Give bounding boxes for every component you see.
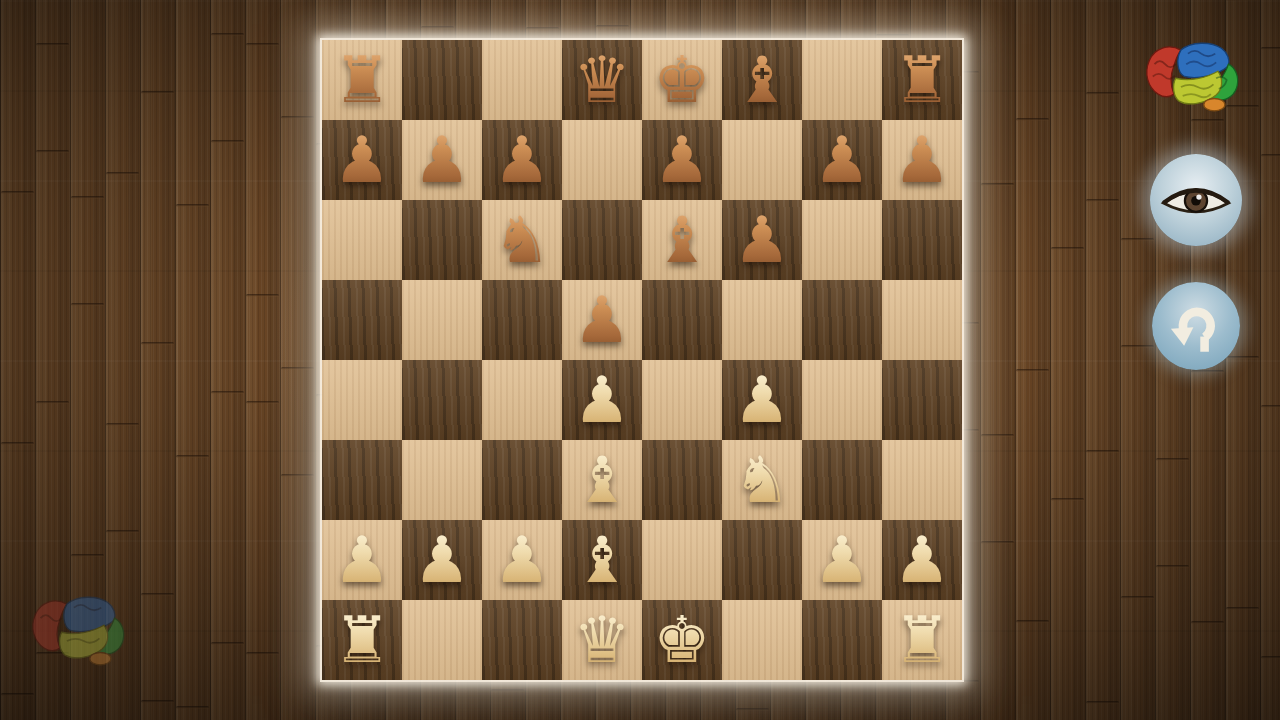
plank-seam	[141, 91, 174, 94]
computer-brain-indicator-bottom	[28, 590, 134, 678]
square-f3[interactable]: ♞	[722, 440, 802, 520]
plank-seam	[981, 434, 1014, 437]
square-f5[interactable]	[722, 280, 802, 360]
square-g8[interactable]	[802, 40, 882, 120]
square-e7[interactable]: ♟	[642, 120, 722, 200]
plank-seam	[106, 423, 139, 426]
black-rook-a8[interactable]: ♜	[333, 40, 390, 120]
white-knight-f3[interactable]: ♞	[733, 440, 790, 520]
black-king-e8[interactable]: ♚	[653, 40, 710, 120]
square-b8[interactable]	[402, 40, 482, 120]
white-bishop-d3[interactable]: ♝	[573, 440, 630, 520]
plank-seam	[981, 541, 1014, 544]
plank-seam	[141, 593, 174, 596]
square-e4[interactable]	[642, 360, 722, 440]
square-e8[interactable]: ♚	[642, 40, 722, 120]
square-f4[interactable]: ♟	[722, 360, 802, 440]
square-f8[interactable]: ♝	[722, 40, 802, 120]
plank-seam	[71, 303, 104, 306]
black-pawn-h7[interactable]: ♟	[893, 120, 950, 200]
black-bishop-f8[interactable]: ♝	[733, 40, 790, 120]
black-pawn-d5[interactable]: ♟	[573, 280, 630, 360]
square-b4[interactable]	[402, 360, 482, 440]
square-d8[interactable]: ♛	[562, 40, 642, 120]
plank-seam	[1191, 370, 1224, 373]
square-b5[interactable]	[402, 280, 482, 360]
square-b3[interactable]	[402, 440, 482, 520]
white-pawn-g2[interactable]: ♟	[813, 520, 870, 600]
square-g5[interactable]	[802, 280, 882, 360]
square-e5[interactable]	[642, 280, 722, 360]
square-a2[interactable]: ♟	[322, 520, 402, 600]
plank-seam	[1121, 238, 1154, 241]
plank-seam	[1051, 247, 1084, 250]
black-rook-h8[interactable]: ♜	[893, 40, 950, 120]
square-a4[interactable]	[322, 360, 402, 440]
plank-seam	[1226, 0, 1259, 1]
show-move-eye-button[interactable]	[1150, 154, 1242, 246]
plank-seam	[211, 33, 244, 36]
square-d6[interactable]	[562, 200, 642, 280]
square-h6[interactable]	[882, 200, 962, 280]
plank-seam	[1121, 596, 1154, 599]
plank-seam	[176, 204, 209, 207]
plank-seam	[1051, 498, 1084, 501]
plank-seam	[1086, 199, 1119, 202]
plank-seam	[491, 689, 524, 692]
plank-seam	[736, 708, 769, 711]
square-c6[interactable]: ♞	[482, 200, 562, 280]
plank-seam	[1261, 656, 1280, 659]
plank-seam	[596, 25, 629, 28]
square-c1[interactable]	[482, 600, 562, 680]
square-d1[interactable]: ♛	[562, 600, 642, 680]
plank-seam	[1016, 118, 1049, 121]
white-king-e1[interactable]: ♚	[653, 600, 710, 680]
plank-seam	[1086, 701, 1119, 704]
white-bishop-d2[interactable]: ♝	[573, 520, 630, 600]
black-pawn-e7[interactable]: ♟	[653, 120, 710, 200]
square-g2[interactable]: ♟	[802, 520, 882, 600]
plank-seam	[106, 172, 139, 175]
square-b7[interactable]: ♟	[402, 120, 482, 200]
plank-seam	[1, 693, 34, 696]
square-e3[interactable]	[642, 440, 722, 520]
plank-seam	[71, 196, 104, 199]
plank-seam	[1, 442, 34, 445]
square-a7[interactable]: ♟	[322, 120, 402, 200]
square-d2[interactable]: ♝	[562, 520, 642, 600]
plank-seam	[106, 530, 139, 533]
plank-seam	[36, 150, 69, 153]
plank-seam	[211, 140, 244, 143]
plank-seam	[1156, 565, 1189, 568]
plank-seam	[1226, 607, 1259, 610]
square-b1[interactable]	[402, 600, 482, 680]
white-rook-a1[interactable]: ♜	[333, 600, 390, 680]
plank-seam	[141, 700, 174, 703]
plank-seam	[1121, 345, 1154, 348]
plank-seam	[246, 43, 279, 46]
square-d7[interactable]	[562, 120, 642, 200]
brain-icon	[28, 590, 134, 678]
black-pawn-g7[interactable]: ♟	[813, 120, 870, 200]
square-g3[interactable]	[802, 440, 882, 520]
black-queen-d8[interactable]: ♛	[573, 40, 630, 120]
square-a1[interactable]: ♜	[322, 600, 402, 680]
white-rook-h1[interactable]: ♜	[893, 600, 950, 680]
plank-seam	[1156, 458, 1189, 461]
computer-brain-indicator-top	[1142, 36, 1248, 124]
square-c7[interactable]: ♟	[482, 120, 562, 200]
chess-board-grid: ♜♛♚♝♜♟♟♟♟♟♟♞♝♟♟♟♟♝♞♟♟♟♝♟♟♜♛♚♜	[322, 40, 962, 680]
plank-seam	[141, 342, 174, 345]
square-g4[interactable]	[802, 360, 882, 440]
chess-board[interactable]: ♜♛♚♝♜♟♟♟♟♟♟♞♝♟♟♟♟♝♞♟♟♟♝♟♟♜♛♚♜	[320, 38, 964, 682]
square-a8[interactable]: ♜	[322, 40, 402, 120]
square-c2[interactable]: ♟	[482, 520, 562, 600]
plank-seam	[876, 34, 909, 37]
plank-seam	[1086, 92, 1119, 95]
square-d3[interactable]: ♝	[562, 440, 642, 520]
black-pawn-a7[interactable]: ♟	[333, 120, 390, 200]
undo-move-button[interactable]	[1152, 282, 1240, 370]
white-pawn-h2[interactable]: ♟	[893, 520, 950, 600]
plank-seam	[246, 401, 279, 404]
white-pawn-f4[interactable]: ♟	[733, 360, 790, 440]
plank-seam	[36, 401, 69, 404]
plank-seam	[1191, 621, 1224, 624]
square-a6[interactable]	[322, 200, 402, 280]
white-queen-d1[interactable]: ♛	[573, 600, 630, 680]
square-d4[interactable]: ♟	[562, 360, 642, 440]
plank-seam	[246, 652, 279, 655]
square-g6[interactable]	[802, 200, 882, 280]
plank-seam	[246, 294, 279, 297]
plank-seam	[981, 183, 1014, 186]
plank-seam	[176, 706, 209, 709]
square-h2[interactable]: ♟	[882, 520, 962, 600]
plank-seam	[1016, 369, 1049, 372]
square-a5[interactable]	[322, 280, 402, 360]
white-pawn-a2[interactable]: ♟	[333, 520, 390, 600]
plank-seam	[1086, 450, 1119, 453]
plank-seam	[1261, 405, 1280, 408]
square-e2[interactable]	[642, 520, 722, 600]
plank-seam	[1, 191, 34, 194]
square-h4[interactable]	[882, 360, 962, 440]
plank-seam	[71, 554, 104, 557]
plank-seam	[526, 27, 559, 30]
white-pawn-d4[interactable]: ♟	[573, 360, 630, 440]
square-f6[interactable]: ♟	[722, 200, 802, 280]
eye-icon	[1159, 177, 1233, 223]
square-h3[interactable]	[882, 440, 962, 520]
square-e6[interactable]: ♝	[642, 200, 722, 280]
plank-seam	[176, 455, 209, 458]
white-pawn-c2[interactable]: ♟	[493, 520, 550, 600]
plank-seam	[1261, 47, 1280, 50]
square-c4[interactable]	[482, 360, 562, 440]
undo-arrow-icon	[1163, 293, 1229, 359]
plank-seam	[421, 26, 454, 29]
square-c8[interactable]	[482, 40, 562, 120]
square-c5[interactable]	[482, 280, 562, 360]
black-pawn-f6[interactable]: ♟	[733, 200, 790, 280]
square-h7[interactable]: ♟	[882, 120, 962, 200]
square-f7[interactable]	[722, 120, 802, 200]
black-knight-c6[interactable]: ♞	[493, 200, 550, 280]
square-a3[interactable]	[322, 440, 402, 520]
plank-seam	[281, 367, 314, 370]
square-f2[interactable]	[722, 520, 802, 600]
square-h5[interactable]	[882, 280, 962, 360]
square-e1[interactable]: ♚	[642, 600, 722, 680]
brain-icon	[1142, 36, 1248, 124]
plank-seam	[211, 642, 244, 645]
white-pawn-b2[interactable]: ♟	[413, 520, 470, 600]
square-c3[interactable]	[482, 440, 562, 520]
black-pawn-c7[interactable]: ♟	[493, 120, 550, 200]
square-b6[interactable]	[402, 200, 482, 280]
app-window: ♜♛♚♝♜♟♟♟♟♟♟♞♝♟♟♟♟♝♞♟♟♟♝♟♟♜♛♚♜	[0, 0, 1280, 720]
plank-seam	[281, 116, 314, 119]
square-g1[interactable]	[802, 600, 882, 680]
square-g7[interactable]: ♟	[802, 120, 882, 200]
plank-seam	[1016, 620, 1049, 623]
plank-seam	[1226, 356, 1259, 359]
black-pawn-b7[interactable]: ♟	[413, 120, 470, 200]
square-f1[interactable]	[722, 600, 802, 680]
plank-seam	[36, 43, 69, 46]
square-d5[interactable]: ♟	[562, 280, 642, 360]
square-h8[interactable]: ♜	[882, 40, 962, 120]
square-h1[interactable]: ♜	[882, 600, 962, 680]
plank-seam	[281, 474, 314, 477]
square-b2[interactable]: ♟	[402, 520, 482, 600]
plank-seam	[1261, 154, 1280, 157]
plank-seam	[211, 391, 244, 394]
black-bishop-e6[interactable]: ♝	[653, 200, 710, 280]
